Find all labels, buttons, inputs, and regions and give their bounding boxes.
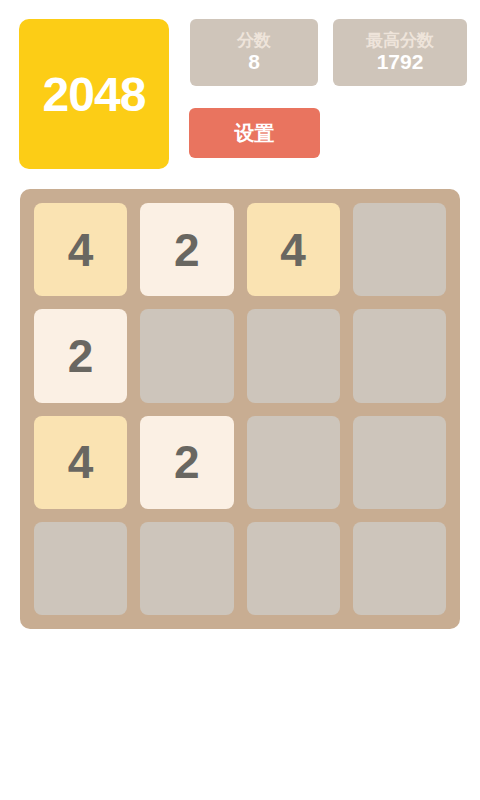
board-cell-r1c3	[353, 309, 446, 402]
game-board[interactable]: 4 2 4 2 4 2	[20, 189, 460, 629]
score-box: 分数 8	[190, 19, 318, 86]
board-cell-r3c3	[353, 522, 446, 615]
board-cell-r3c1	[140, 522, 233, 615]
settings-button[interactable]: 设置	[189, 108, 320, 158]
board-cell-r0c0: 4	[34, 203, 127, 296]
score-label: 分数	[237, 31, 271, 51]
board-cell-r2c1: 2	[140, 416, 233, 509]
board-cell-r1c2	[247, 309, 340, 402]
logo-text: 2048	[43, 67, 146, 122]
best-score-label: 最高分数	[366, 31, 434, 51]
board-cell-r0c1: 2	[140, 203, 233, 296]
score-value: 8	[248, 50, 260, 74]
best-score-box: 最高分数 1792	[333, 19, 467, 86]
board-cell-r3c2	[247, 522, 340, 615]
board-cell-r0c3	[353, 203, 446, 296]
board-cell-r0c2: 4	[247, 203, 340, 296]
board-cell-r2c3	[353, 416, 446, 509]
board-cell-r1c0: 2	[34, 309, 127, 402]
logo-2048: 2048	[19, 19, 169, 169]
board-cell-r2c2	[247, 416, 340, 509]
best-score-value: 1792	[377, 50, 424, 74]
board-cell-r2c0: 4	[34, 416, 127, 509]
board-cell-r1c1	[140, 309, 233, 402]
board-cell-r3c0	[34, 522, 127, 615]
